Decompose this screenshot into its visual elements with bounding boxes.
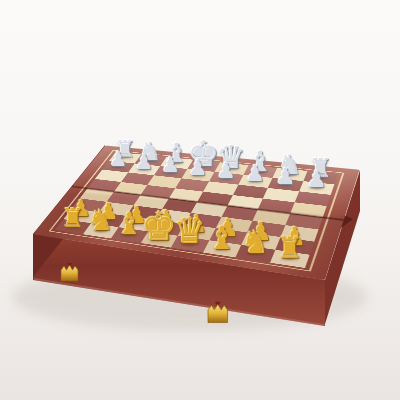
- chess-set-photo: ♜♞♝♚♛♝♞♜♟♟♟♟♟♟♟♟♟♟♟♟♟♟♟♟♜♞♝♚♛♝♞♜: [0, 0, 400, 400]
